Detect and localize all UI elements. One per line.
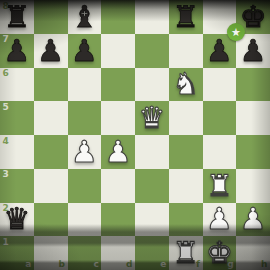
square-d2[interactable] (101, 203, 135, 237)
square-a3[interactable]: 3 (0, 169, 34, 203)
square-e7[interactable] (135, 34, 169, 68)
square-f5[interactable] (169, 101, 203, 135)
chess-board: 8♜♝♜♚7♟♟♟♟♟6♞5♛4♟♟3♜2♛♟♟1abcdef♜g♚h (0, 0, 270, 270)
piece-black-rook-a8[interactable]: ♜ (3, 2, 30, 32)
square-e8[interactable] (135, 0, 169, 34)
piece-black-pawn-c7[interactable]: ♟ (71, 36, 98, 66)
square-b6[interactable] (34, 68, 68, 102)
file-label-h: h (261, 260, 267, 269)
square-g4[interactable] (203, 135, 237, 169)
square-e1[interactable]: e (135, 236, 169, 270)
square-e3[interactable] (135, 169, 169, 203)
piece-black-bishop-c8[interactable]: ♝ (71, 2, 98, 32)
chess-game-screenshot: 8♜♝♜♚7♟♟♟♟♟6♞5♛4♟♟3♜2♛♟♟1abcdef♜g♚h ★ (0, 0, 270, 270)
square-e6[interactable] (135, 68, 169, 102)
rank-label-3: 3 (3, 170, 9, 179)
square-a7[interactable]: 7♟ (0, 34, 34, 68)
square-f7[interactable] (169, 34, 203, 68)
square-c6[interactable] (68, 68, 102, 102)
square-d7[interactable] (101, 34, 135, 68)
rank-label-1: 1 (3, 238, 9, 247)
piece-white-knight-f6[interactable]: ♞ (172, 69, 199, 99)
square-f4[interactable] (169, 135, 203, 169)
square-a6[interactable]: 6 (0, 68, 34, 102)
square-e5[interactable]: ♛ (135, 101, 169, 135)
square-c7[interactable]: ♟ (68, 34, 102, 68)
square-c8[interactable]: ♝ (68, 0, 102, 34)
file-label-d: d (126, 260, 132, 269)
square-f6[interactable]: ♞ (169, 68, 203, 102)
square-d3[interactable] (101, 169, 135, 203)
square-c1[interactable]: c (68, 236, 102, 270)
piece-white-pawn-c4[interactable]: ♟ (71, 137, 98, 167)
square-d6[interactable] (101, 68, 135, 102)
square-g3[interactable]: ♜ (203, 169, 237, 203)
square-e4[interactable] (135, 135, 169, 169)
square-h1[interactable]: h (236, 236, 270, 270)
square-h2[interactable]: ♟ (236, 203, 270, 237)
square-g5[interactable] (203, 101, 237, 135)
piece-black-pawn-b7[interactable]: ♟ (37, 36, 64, 66)
rank-label-6: 6 (3, 69, 9, 78)
square-d5[interactable] (101, 101, 135, 135)
square-b5[interactable] (34, 101, 68, 135)
square-b8[interactable] (34, 0, 68, 34)
piece-white-pawn-g2[interactable]: ♟ (206, 204, 233, 234)
square-h6[interactable] (236, 68, 270, 102)
square-a1[interactable]: 1a (0, 236, 34, 270)
piece-white-rook-f1[interactable]: ♜ (172, 238, 199, 268)
square-a4[interactable]: 4 (0, 135, 34, 169)
square-h3[interactable] (236, 169, 270, 203)
square-c4[interactable]: ♟ (68, 135, 102, 169)
piece-white-pawn-d4[interactable]: ♟ (105, 137, 132, 167)
piece-black-pawn-a7[interactable]: ♟ (3, 36, 30, 66)
piece-black-pawn-g7[interactable]: ♟ (206, 36, 233, 66)
square-d1[interactable]: d (101, 236, 135, 270)
square-h5[interactable] (236, 101, 270, 135)
square-c5[interactable] (68, 101, 102, 135)
square-d8[interactable] (101, 0, 135, 34)
file-label-b: b (59, 260, 65, 269)
rank-label-5: 5 (3, 103, 9, 112)
file-label-c: c (93, 260, 98, 269)
square-c3[interactable] (68, 169, 102, 203)
square-b1[interactable]: b (34, 236, 68, 270)
square-h4[interactable] (236, 135, 270, 169)
piece-black-pawn-h7[interactable]: ♟ (240, 36, 267, 66)
star-icon: ★ (231, 26, 241, 37)
square-f3[interactable] (169, 169, 203, 203)
piece-white-pawn-h2[interactable]: ♟ (240, 204, 267, 234)
piece-white-king-g1[interactable]: ♚ (206, 238, 233, 268)
square-f1[interactable]: f♜ (169, 236, 203, 270)
square-b2[interactable] (34, 203, 68, 237)
piece-white-rook-g3[interactable]: ♜ (206, 171, 233, 201)
piece-black-rook-f8[interactable]: ♜ (172, 2, 199, 32)
square-a8[interactable]: 8♜ (0, 0, 34, 34)
square-a5[interactable]: 5 (0, 101, 34, 135)
square-a2[interactable]: 2♛ (0, 203, 34, 237)
winner-star-badge: ★ (227, 23, 245, 41)
square-b7[interactable]: ♟ (34, 34, 68, 68)
square-b3[interactable] (34, 169, 68, 203)
file-label-a: a (25, 260, 31, 269)
square-f2[interactable] (169, 203, 203, 237)
square-g6[interactable] (203, 68, 237, 102)
piece-black-queen-a2[interactable]: ♛ (3, 204, 30, 234)
square-d4[interactable]: ♟ (101, 135, 135, 169)
square-g2[interactable]: ♟ (203, 203, 237, 237)
square-c2[interactable] (68, 203, 102, 237)
square-f8[interactable]: ♜ (169, 0, 203, 34)
square-b4[interactable] (34, 135, 68, 169)
rank-label-4: 4 (3, 137, 9, 146)
file-label-e: e (160, 260, 166, 269)
piece-white-queen-e5[interactable]: ♛ (138, 103, 165, 133)
square-e2[interactable] (135, 203, 169, 237)
square-g1[interactable]: g♚ (203, 236, 237, 270)
